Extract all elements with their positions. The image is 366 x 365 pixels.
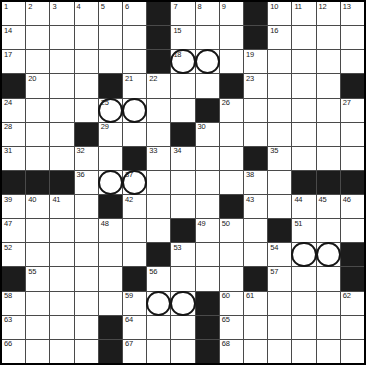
cell-r11c8[interactable]: 53	[171, 243, 194, 266]
cell-r6c6[interactable]	[123, 123, 146, 146]
cell-r13c4[interactable]	[75, 292, 98, 315]
cell-number: 31	[4, 147, 12, 155]
cell-r1c9[interactable]: 8	[196, 2, 219, 25]
cell-r12c3[interactable]	[50, 267, 73, 290]
cell-r6c13[interactable]	[292, 123, 315, 146]
cell-r7c5[interactable]	[99, 147, 122, 170]
cell-r10c1[interactable]: 47	[2, 219, 25, 242]
cell-number: 29	[101, 123, 109, 131]
cell-r13c1[interactable]: 58	[2, 292, 25, 315]
cell-number: 51	[294, 220, 302, 228]
circle-marker	[316, 242, 341, 267]
cell-number: 6	[125, 3, 129, 11]
cell-r5c4[interactable]	[75, 99, 98, 122]
cell-r2c14[interactable]	[317, 26, 340, 49]
cell-r12c10[interactable]	[220, 267, 243, 290]
cell-number: 23	[246, 75, 254, 83]
cell-r4c4[interactable]	[75, 74, 98, 97]
cell-number: 57	[270, 268, 278, 276]
cell-r11c6[interactable]	[123, 243, 146, 266]
cell-r3c3[interactable]	[50, 50, 73, 73]
cell-r4c8[interactable]	[171, 74, 194, 97]
cell-r14c9	[196, 316, 219, 339]
cell-r15c13[interactable]	[292, 340, 315, 363]
cell-r4c1	[2, 74, 25, 97]
cell-r14c14[interactable]	[317, 316, 340, 339]
cell-r5c2[interactable]	[26, 99, 49, 122]
cell-r4c13[interactable]	[292, 74, 315, 97]
cell-r13c13[interactable]	[292, 292, 315, 315]
cell-r15c9	[196, 340, 219, 363]
cell-r5c15[interactable]: 27	[341, 99, 364, 122]
cell-r10c14[interactable]	[317, 219, 340, 242]
cell-r3c9[interactable]	[196, 50, 219, 73]
cell-number: 2	[28, 3, 32, 11]
cell-r9c11[interactable]: 43	[244, 195, 267, 218]
crossword-board: 1234567891011121314151617181920212223242…	[0, 0, 366, 365]
cell-number: 50	[222, 220, 230, 228]
cell-r11c14[interactable]	[317, 243, 340, 266]
cell-r3c7	[147, 50, 170, 73]
cell-r5c12[interactable]	[268, 99, 291, 122]
cell-number: 7	[173, 3, 177, 11]
cell-r8c4[interactable]: 36	[75, 171, 98, 194]
cell-r6c4	[75, 123, 98, 146]
circle-marker	[122, 98, 147, 123]
cell-r6c11[interactable]	[244, 123, 267, 146]
cell-r5c10[interactable]: 26	[220, 99, 243, 122]
cell-r2c8[interactable]: 15	[171, 26, 194, 49]
cell-r10c11[interactable]	[244, 219, 267, 242]
cell-r14c1[interactable]: 63	[2, 316, 25, 339]
cell-number: 55	[28, 268, 36, 276]
cell-r12c5[interactable]	[99, 267, 122, 290]
cell-r7c14[interactable]	[317, 147, 340, 170]
cell-r4c10	[220, 74, 243, 97]
cell-number: 48	[101, 220, 109, 228]
cell-r9c5	[99, 195, 122, 218]
cell-r6c7[interactable]	[147, 123, 170, 146]
cell-r12c8[interactable]	[171, 267, 194, 290]
cell-r5c1[interactable]: 24	[2, 99, 25, 122]
cell-r5c5[interactable]: 25	[99, 99, 122, 122]
cell-number: 32	[77, 147, 85, 155]
cell-r11c12[interactable]: 54	[268, 243, 291, 266]
cell-r3c2[interactable]	[26, 50, 49, 73]
cell-r11c3[interactable]	[50, 243, 73, 266]
cell-r15c12[interactable]	[268, 340, 291, 363]
cell-r12c4[interactable]	[75, 267, 98, 290]
cell-r5c3[interactable]	[50, 99, 73, 122]
cell-r9c13[interactable]: 44	[292, 195, 315, 218]
cell-r2c2[interactable]	[26, 26, 49, 49]
cell-r8c2	[26, 171, 49, 194]
cell-r7c10[interactable]	[220, 147, 243, 170]
cell-r6c2[interactable]	[26, 123, 49, 146]
cell-r13c15[interactable]: 62	[341, 292, 364, 315]
cell-r6c10[interactable]	[220, 123, 243, 146]
cell-number: 40	[28, 196, 36, 204]
cell-r11c7	[147, 243, 170, 266]
cell-r6c1[interactable]: 28	[2, 123, 25, 146]
cell-r12c11	[244, 267, 267, 290]
cell-r8c1	[2, 171, 25, 194]
cell-r8c6[interactable]: 37	[123, 171, 146, 194]
cell-r1c13[interactable]: 11	[292, 2, 315, 25]
cell-r3c5[interactable]	[99, 50, 122, 73]
cell-r2c10[interactable]	[220, 26, 243, 49]
circle-marker	[146, 291, 171, 316]
cell-r10c2[interactable]	[26, 219, 49, 242]
cell-number: 4	[77, 3, 81, 11]
cell-r8c12[interactable]	[268, 171, 291, 194]
cell-number: 36	[77, 171, 85, 179]
cell-r15c1[interactable]: 66	[2, 340, 25, 363]
cell-r3c8[interactable]: 18	[171, 50, 194, 73]
cell-r7c1[interactable]: 31	[2, 147, 25, 170]
cell-r13c3[interactable]	[50, 292, 73, 315]
cell-r15c15[interactable]	[341, 340, 364, 363]
cell-r11c13[interactable]	[292, 243, 315, 266]
cell-r4c7[interactable]: 22	[147, 74, 170, 97]
cell-r14c4[interactable]	[75, 316, 98, 339]
cell-number: 47	[4, 220, 12, 228]
cell-number: 42	[125, 196, 133, 204]
cell-number: 38	[246, 171, 254, 179]
cell-r13c8[interactable]	[171, 292, 194, 315]
cell-r10c10[interactable]: 50	[220, 219, 243, 242]
cell-r1c11	[244, 2, 267, 25]
cell-r13c7[interactable]	[147, 292, 170, 315]
cell-r2c1[interactable]: 14	[2, 26, 25, 49]
cell-r3c12[interactable]	[268, 50, 291, 73]
cell-r3c14[interactable]	[317, 50, 340, 73]
cell-number: 49	[198, 220, 206, 228]
cell-r8c11[interactable]: 38	[244, 171, 267, 194]
cell-number: 14	[4, 27, 12, 35]
cell-number: 20	[28, 75, 36, 83]
cell-number: 37	[125, 171, 133, 179]
cell-r15c6[interactable]: 67	[123, 340, 146, 363]
cell-number: 8	[198, 3, 202, 11]
cell-r2c12[interactable]: 16	[268, 26, 291, 49]
cell-r10c5[interactable]: 48	[99, 219, 122, 242]
cell-r3c4[interactable]	[75, 50, 98, 73]
cell-r4c2[interactable]: 20	[26, 74, 49, 97]
cell-r9c2[interactable]: 40	[26, 195, 49, 218]
cell-number: 62	[343, 292, 351, 300]
cell-r9c4[interactable]	[75, 195, 98, 218]
cell-r13c2[interactable]	[26, 292, 49, 315]
cell-r3c10[interactable]	[220, 50, 243, 73]
cell-r10c9[interactable]: 49	[196, 219, 219, 242]
cell-number: 46	[343, 196, 351, 204]
cell-r11c4[interactable]	[75, 243, 98, 266]
cell-r5c7[interactable]	[147, 99, 170, 122]
cell-r8c5[interactable]	[99, 171, 122, 194]
cell-number: 33	[149, 147, 157, 155]
cell-number: 67	[125, 340, 133, 348]
cell-r2c3[interactable]	[50, 26, 73, 49]
cell-number: 9	[222, 3, 226, 11]
cell-number: 54	[270, 244, 278, 252]
cell-r13c9	[196, 292, 219, 315]
cell-r11c10[interactable]	[220, 243, 243, 266]
cell-r5c14[interactable]	[317, 99, 340, 122]
cell-r4c9[interactable]	[196, 74, 219, 97]
cell-r4c14[interactable]	[317, 74, 340, 97]
cell-number: 3	[52, 3, 56, 11]
cell-r1c4[interactable]: 4	[75, 2, 98, 25]
cell-number: 25	[101, 99, 109, 107]
cell-number: 17	[4, 51, 12, 59]
cell-r14c10[interactable]: 65	[220, 316, 243, 339]
cell-number: 5	[101, 3, 105, 11]
cell-r10c12	[268, 219, 291, 242]
cell-number: 58	[4, 292, 12, 300]
cell-r5c11[interactable]	[244, 99, 267, 122]
cell-r7c9[interactable]	[196, 147, 219, 170]
cell-r8c10[interactable]	[220, 171, 243, 194]
cell-number: 19	[246, 51, 254, 59]
cell-number: 22	[149, 75, 157, 83]
cell-r4c15	[341, 74, 364, 97]
cell-number: 61	[246, 292, 254, 300]
cell-r10c4[interactable]	[75, 219, 98, 242]
cell-r5c13[interactable]	[292, 99, 315, 122]
cell-r4c6[interactable]: 21	[123, 74, 146, 97]
cell-r12c15	[341, 267, 364, 290]
cell-r2c11	[244, 26, 267, 49]
circle-marker	[195, 49, 220, 74]
cell-r1c14[interactable]: 12	[317, 2, 340, 25]
cell-number: 59	[125, 292, 133, 300]
cell-number: 18	[173, 51, 181, 59]
cell-r6c8	[171, 123, 194, 146]
cell-r8c7[interactable]	[147, 171, 170, 194]
cell-r14c7[interactable]	[147, 316, 170, 339]
cell-r13c5[interactable]	[99, 292, 122, 315]
cell-number: 11	[294, 3, 301, 11]
cell-r1c8[interactable]: 7	[171, 2, 194, 25]
cell-r3c11[interactable]: 19	[244, 50, 267, 73]
cell-r1c6[interactable]: 6	[123, 2, 146, 25]
cell-r8c8[interactable]	[171, 171, 194, 194]
circle-marker	[170, 291, 195, 316]
cell-number: 60	[222, 292, 230, 300]
cell-number: 44	[294, 196, 302, 204]
cell-number: 45	[319, 196, 327, 204]
cell-r7c12[interactable]: 35	[268, 147, 291, 170]
cell-r14c2[interactable]	[26, 316, 49, 339]
cell-r9c9[interactable]	[196, 195, 219, 218]
cell-r11c5[interactable]	[99, 243, 122, 266]
cell-r8c3	[50, 171, 73, 194]
cell-r3c15[interactable]	[341, 50, 364, 73]
cell-r2c6[interactable]	[123, 26, 146, 49]
cell-r7c6	[123, 147, 146, 170]
cell-r1c10[interactable]: 9	[220, 2, 243, 25]
cell-number: 43	[246, 196, 254, 204]
cell-r1c12[interactable]: 10	[268, 2, 291, 25]
cell-r8c15	[341, 171, 364, 194]
cell-number: 63	[4, 316, 12, 324]
cell-r2c4[interactable]	[75, 26, 98, 49]
cell-r5c8[interactable]	[171, 99, 194, 122]
cell-number: 39	[4, 196, 12, 204]
cell-r15c11[interactable]	[244, 340, 267, 363]
cell-r4c3[interactable]	[50, 74, 73, 97]
cell-r4c12[interactable]	[268, 74, 291, 97]
cell-number: 64	[125, 316, 133, 324]
cell-r8c14	[317, 171, 340, 194]
cell-r9c8[interactable]	[171, 195, 194, 218]
cell-r7c3[interactable]	[50, 147, 73, 170]
cell-r5c6[interactable]	[123, 99, 146, 122]
cell-r11c11[interactable]	[244, 243, 267, 266]
cell-r1c3[interactable]: 3	[50, 2, 73, 25]
cell-r12c14[interactable]	[317, 267, 340, 290]
cell-r12c7[interactable]: 56	[147, 267, 170, 290]
cell-r6c15[interactable]	[341, 123, 364, 146]
cell-r1c5[interactable]: 5	[99, 2, 122, 25]
cell-number: 1	[4, 3, 8, 11]
cell-r2c7	[147, 26, 170, 49]
cell-r5c9	[196, 99, 219, 122]
cell-r9c15[interactable]: 46	[341, 195, 364, 218]
cell-r13c10[interactable]: 60	[220, 292, 243, 315]
cell-number: 21	[125, 75, 133, 83]
cell-r7c8[interactable]: 34	[171, 147, 194, 170]
cell-r15c7[interactable]	[147, 340, 170, 363]
cell-number: 65	[222, 316, 230, 324]
cell-number: 10	[270, 3, 278, 11]
cell-r7c13[interactable]	[292, 147, 315, 170]
cell-r14c6[interactable]: 64	[123, 316, 146, 339]
cell-r12c1	[2, 267, 25, 290]
cell-r15c3[interactable]	[50, 340, 73, 363]
cell-r12c13[interactable]	[292, 267, 315, 290]
cell-number: 56	[149, 268, 157, 276]
cell-r10c8	[171, 219, 194, 242]
cell-r6c14[interactable]	[317, 123, 340, 146]
cell-r10c15[interactable]	[341, 219, 364, 242]
cell-number: 16	[270, 27, 278, 35]
cell-number: 66	[4, 340, 12, 348]
cell-number: 53	[173, 244, 181, 252]
cell-r9c14[interactable]: 45	[317, 195, 340, 218]
cell-r9c3[interactable]: 41	[50, 195, 73, 218]
cell-r2c13[interactable]	[292, 26, 315, 49]
cell-r9c7[interactable]	[147, 195, 170, 218]
cell-r10c13[interactable]: 51	[292, 219, 315, 242]
cell-r14c3[interactable]	[50, 316, 73, 339]
cell-r6c9[interactable]: 30	[196, 123, 219, 146]
cell-r2c5[interactable]	[99, 26, 122, 49]
cell-r13c11[interactable]: 61	[244, 292, 267, 315]
cell-r6c5[interactable]: 29	[99, 123, 122, 146]
cell-r12c12[interactable]: 57	[268, 267, 291, 290]
cell-r9c10	[220, 195, 243, 218]
cell-r12c6	[123, 267, 146, 290]
cell-r8c9[interactable]	[196, 171, 219, 194]
cell-r14c13[interactable]	[292, 316, 315, 339]
cell-r4c5	[99, 74, 122, 97]
cell-number: 52	[4, 244, 12, 252]
cell-r12c9[interactable]	[196, 267, 219, 290]
cell-r11c1[interactable]: 52	[2, 243, 25, 266]
cell-number: 12	[319, 3, 327, 11]
cell-r15c8[interactable]	[171, 340, 194, 363]
cell-r7c15[interactable]	[341, 147, 364, 170]
cell-r7c4[interactable]: 32	[75, 147, 98, 170]
cell-r7c7[interactable]: 33	[147, 147, 170, 170]
cell-r3c6[interactable]	[123, 50, 146, 73]
cell-number: 30	[198, 123, 206, 131]
cell-r8c13	[292, 171, 315, 194]
cell-r2c15[interactable]	[341, 26, 364, 49]
cell-r14c12[interactable]	[268, 316, 291, 339]
cell-r13c14[interactable]	[317, 292, 340, 315]
cell-r11c2[interactable]	[26, 243, 49, 266]
cell-number: 28	[4, 123, 12, 131]
cell-number: 15	[173, 27, 181, 35]
cell-r11c9[interactable]	[196, 243, 219, 266]
cell-r1c7	[147, 2, 170, 25]
cell-r15c14[interactable]	[317, 340, 340, 363]
cell-number: 68	[222, 340, 230, 348]
cell-r1c2[interactable]: 2	[26, 2, 49, 25]
cell-r14c11[interactable]	[244, 316, 267, 339]
cell-r9c1[interactable]: 39	[2, 195, 25, 218]
cell-r15c5	[99, 340, 122, 363]
cell-r15c4[interactable]	[75, 340, 98, 363]
circle-marker	[98, 170, 123, 195]
cell-r9c6[interactable]: 42	[123, 195, 146, 218]
cell-r3c1[interactable]: 17	[2, 50, 25, 73]
cell-r12c2[interactable]: 55	[26, 267, 49, 290]
cell-number: 34	[173, 147, 181, 155]
cell-r13c12[interactable]	[268, 292, 291, 315]
cell-r9c12[interactable]	[268, 195, 291, 218]
cell-number: 13	[343, 3, 351, 11]
cell-r13c6[interactable]: 59	[123, 292, 146, 315]
cell-r15c2[interactable]	[26, 340, 49, 363]
cell-r1c15[interactable]: 13	[341, 2, 364, 25]
cell-r10c7[interactable]	[147, 219, 170, 242]
cell-r14c5	[99, 316, 122, 339]
cell-r11c15	[341, 243, 364, 266]
cell-r10c3[interactable]	[50, 219, 73, 242]
cell-r6c3[interactable]	[50, 123, 73, 146]
cell-number: 41	[52, 196, 60, 204]
cell-r14c15[interactable]	[341, 316, 364, 339]
cell-r14c8[interactable]	[171, 316, 194, 339]
cell-number: 27	[343, 99, 351, 107]
cell-r7c11	[244, 147, 267, 170]
cell-r10c6[interactable]	[123, 219, 146, 242]
cell-r4c11[interactable]: 23	[244, 74, 267, 97]
cell-number: 26	[222, 99, 230, 107]
cell-r3c13[interactable]	[292, 50, 315, 73]
cell-r7c2[interactable]	[26, 147, 49, 170]
cell-r2c9[interactable]	[196, 26, 219, 49]
cell-r6c12[interactable]	[268, 123, 291, 146]
cell-number: 24	[4, 99, 12, 107]
cell-r1c1[interactable]: 1	[2, 2, 25, 25]
cell-r15c10[interactable]: 68	[220, 340, 243, 363]
circle-marker	[291, 242, 316, 267]
